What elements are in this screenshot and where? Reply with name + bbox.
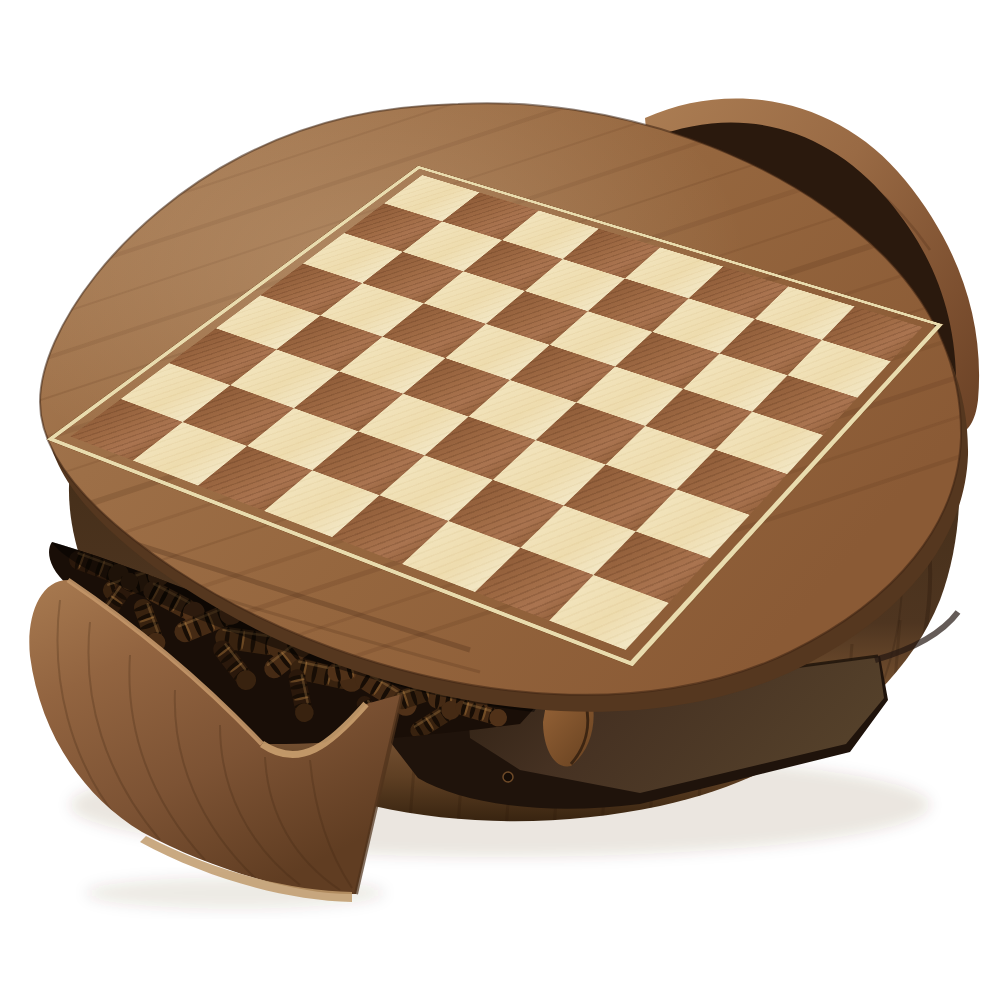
product-photo-stage (0, 0, 1000, 1000)
screw-hole (503, 772, 513, 782)
